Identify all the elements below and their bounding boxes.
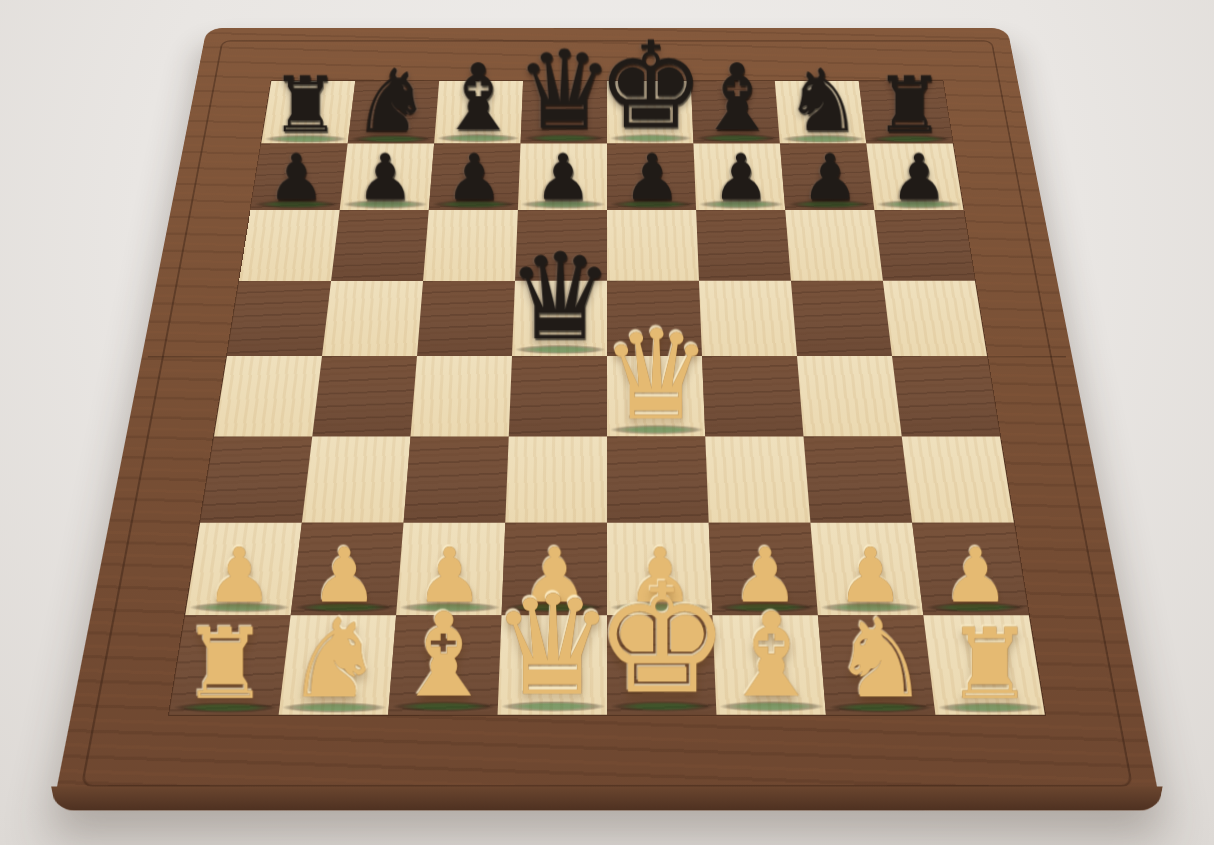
square-d5: ♛: [512, 281, 607, 356]
square-f4: [702, 356, 803, 436]
square-g8: ♞: [775, 81, 866, 144]
square-h3: [902, 436, 1014, 522]
square-g3: [803, 436, 912, 522]
square-a3: [200, 436, 312, 522]
square-b4: [312, 356, 417, 436]
square-e2: ♟: [607, 523, 712, 615]
square-d2: ♟: [502, 523, 607, 615]
square-b6: [331, 210, 429, 281]
square-f5: [699, 281, 797, 356]
chess-board: ♜♞♝♛♚♝♞♜♟♟♟♟♟♟♟♟♛♛♟♟♟♟♟♟♟♟♜♞♝♛♚♝♞♜: [52, 28, 1161, 810]
square-h2: ♟: [912, 523, 1029, 615]
square-a1: ♜: [169, 615, 290, 715]
square-b1: ♞: [279, 615, 396, 715]
square-d7: ♟: [518, 144, 607, 210]
square-h8: ♜: [859, 81, 953, 144]
square-b8: ♞: [348, 81, 439, 144]
square-g1: ♞: [818, 615, 935, 715]
square-f8: ♝: [691, 81, 780, 144]
square-e7: ♟: [607, 144, 696, 210]
square-h6: [874, 210, 975, 281]
square-e3: [607, 436, 709, 522]
square-b5: [322, 281, 423, 356]
square-c8: ♝: [434, 81, 523, 144]
square-c3: [404, 436, 509, 522]
square-d6: [515, 210, 607, 281]
square-f7: ♟: [693, 144, 785, 210]
square-c7: ♟: [429, 144, 521, 210]
square-h7: ♟: [866, 144, 963, 210]
square-g7: ♟: [780, 144, 874, 210]
square-e4: ♛: [607, 356, 705, 436]
board-squares: ♜♞♝♛♚♝♞♜♟♟♟♟♟♟♟♟♛♛♟♟♟♟♟♟♟♟♜♞♝♛♚♝♞♜: [169, 81, 1045, 715]
square-c4: [411, 356, 512, 436]
square-c1: ♝: [388, 615, 501, 715]
square-a6: [239, 210, 340, 281]
square-g6: [785, 210, 883, 281]
square-c2: ♟: [396, 523, 505, 615]
square-b3: [302, 436, 411, 522]
square-b2: ♟: [291, 523, 404, 615]
square-g5: [791, 281, 892, 356]
square-d3: [505, 436, 607, 522]
square-f3: [705, 436, 810, 522]
square-a5: [227, 281, 331, 356]
square-a4: [214, 356, 322, 436]
square-a8: ♜: [261, 81, 355, 144]
square-b7: ♟: [340, 144, 434, 210]
square-h4: [892, 356, 1000, 436]
square-d1: ♛: [498, 615, 607, 715]
square-e6: [607, 210, 699, 281]
square-e5: [607, 281, 702, 356]
board-front-edge: [51, 786, 1163, 810]
square-e8: ♚: [607, 81, 693, 144]
square-d8: ♛: [521, 81, 607, 144]
square-a7: ♟: [251, 144, 348, 210]
square-f1: ♝: [712, 615, 825, 715]
square-h1: ♜: [923, 615, 1044, 715]
square-f2: ♟: [709, 523, 818, 615]
square-a2: ♟: [185, 523, 302, 615]
square-d4: [509, 356, 607, 436]
square-c5: [417, 281, 515, 356]
square-g4: [797, 356, 902, 436]
square-h5: [883, 281, 987, 356]
square-c6: [423, 210, 518, 281]
square-g2: ♟: [810, 523, 923, 615]
photo-background: ♜♞♝♛♚♝♞♜♟♟♟♟♟♟♟♟♛♛♟♟♟♟♟♟♟♟♜♞♝♛♚♝♞♜: [0, 0, 1214, 845]
square-f6: [696, 210, 791, 281]
square-e1: ♚: [607, 615, 716, 715]
